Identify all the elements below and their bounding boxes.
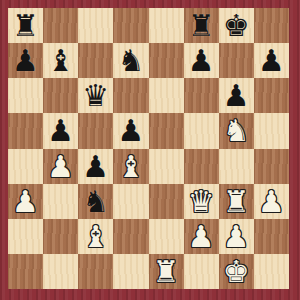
- square-h8[interactable]: [254, 8, 289, 43]
- square-c6[interactable]: ♛: [78, 78, 113, 113]
- square-f5[interactable]: [184, 113, 219, 148]
- black-queen-icon[interactable]: ♛: [82, 78, 109, 113]
- black-pawn-icon[interactable]: ♟: [258, 43, 285, 78]
- white-pawn-icon[interactable]: ♟: [188, 219, 215, 254]
- square-e2[interactable]: [149, 219, 184, 254]
- square-f3[interactable]: ♛: [184, 184, 219, 219]
- square-b5[interactable]: ♟: [43, 113, 78, 148]
- square-g8[interactable]: ♚: [219, 8, 254, 43]
- black-rook-icon[interactable]: ♜: [12, 8, 39, 43]
- white-knight-icon[interactable]: ♞: [223, 113, 250, 148]
- white-queen-icon[interactable]: ♛: [188, 184, 215, 219]
- black-rook-icon[interactable]: ♜: [188, 8, 215, 43]
- square-b2[interactable]: [43, 219, 78, 254]
- square-g4[interactable]: [219, 149, 254, 184]
- square-e7[interactable]: [149, 43, 184, 78]
- square-b7[interactable]: ♝: [43, 43, 78, 78]
- square-h7[interactable]: ♟: [254, 43, 289, 78]
- square-h3[interactable]: ♟: [254, 184, 289, 219]
- black-king-icon[interactable]: ♚: [223, 8, 250, 43]
- square-e1[interactable]: ♜: [149, 254, 184, 289]
- square-d1[interactable]: [113, 254, 148, 289]
- square-h4[interactable]: [254, 149, 289, 184]
- square-f7[interactable]: ♟: [184, 43, 219, 78]
- square-d7[interactable]: ♞: [113, 43, 148, 78]
- square-h5[interactable]: [254, 113, 289, 148]
- white-pawn-icon[interactable]: ♟: [223, 219, 250, 254]
- square-b8[interactable]: [43, 8, 78, 43]
- black-pawn-icon[interactable]: ♟: [223, 78, 250, 113]
- black-pawn-icon[interactable]: ♟: [82, 149, 109, 184]
- white-rook-icon[interactable]: ♜: [153, 254, 180, 289]
- black-pawn-icon[interactable]: ♟: [47, 113, 74, 148]
- square-f1[interactable]: [184, 254, 219, 289]
- white-rook-icon[interactable]: ♜: [223, 184, 250, 219]
- square-h2[interactable]: [254, 219, 289, 254]
- square-h1[interactable]: [254, 254, 289, 289]
- white-bishop-icon[interactable]: ♝: [117, 149, 144, 184]
- square-g6[interactable]: ♟: [219, 78, 254, 113]
- white-bishop-icon[interactable]: ♝: [82, 219, 109, 254]
- square-c8[interactable]: [78, 8, 113, 43]
- black-knight-icon[interactable]: ♞: [117, 43, 144, 78]
- square-a3[interactable]: ♟: [8, 184, 43, 219]
- white-king-icon[interactable]: ♚: [223, 254, 250, 289]
- square-a6[interactable]: [8, 78, 43, 113]
- square-a2[interactable]: [8, 219, 43, 254]
- square-a1[interactable]: [8, 254, 43, 289]
- square-d8[interactable]: [113, 8, 148, 43]
- square-f6[interactable]: [184, 78, 219, 113]
- chess-board-frame: ♜♜♚♟♝♞♟♟♛♟♟♟♞♟♟♝♟♞♛♜♟♝♟♟♜♚: [0, 0, 300, 300]
- square-c5[interactable]: [78, 113, 113, 148]
- square-e5[interactable]: [149, 113, 184, 148]
- square-b4[interactable]: ♟: [43, 149, 78, 184]
- square-g5[interactable]: ♞: [219, 113, 254, 148]
- square-e4[interactable]: [149, 149, 184, 184]
- square-b3[interactable]: [43, 184, 78, 219]
- black-knight-icon[interactable]: ♞: [82, 184, 109, 219]
- square-g7[interactable]: [219, 43, 254, 78]
- square-g2[interactable]: ♟: [219, 219, 254, 254]
- black-pawn-icon[interactable]: ♟: [117, 113, 144, 148]
- white-pawn-icon[interactable]: ♟: [258, 184, 285, 219]
- square-a4[interactable]: [8, 149, 43, 184]
- square-g3[interactable]: ♜: [219, 184, 254, 219]
- black-pawn-icon[interactable]: ♟: [12, 43, 39, 78]
- square-e3[interactable]: [149, 184, 184, 219]
- black-bishop-icon[interactable]: ♝: [47, 43, 74, 78]
- square-b6[interactable]: [43, 78, 78, 113]
- square-e8[interactable]: [149, 8, 184, 43]
- white-pawn-icon[interactable]: ♟: [12, 184, 39, 219]
- square-c1[interactable]: [78, 254, 113, 289]
- white-pawn-icon[interactable]: ♟: [47, 149, 74, 184]
- square-d6[interactable]: [113, 78, 148, 113]
- square-b1[interactable]: [43, 254, 78, 289]
- square-e6[interactable]: [149, 78, 184, 113]
- square-c2[interactable]: ♝: [78, 219, 113, 254]
- square-a8[interactable]: ♜: [8, 8, 43, 43]
- square-d3[interactable]: [113, 184, 148, 219]
- square-a7[interactable]: ♟: [8, 43, 43, 78]
- chess-board: ♜♜♚♟♝♞♟♟♛♟♟♟♞♟♟♝♟♞♛♜♟♝♟♟♜♚: [8, 8, 289, 289]
- square-c7[interactable]: [78, 43, 113, 78]
- square-d2[interactable]: [113, 219, 148, 254]
- square-f2[interactable]: ♟: [184, 219, 219, 254]
- square-a5[interactable]: [8, 113, 43, 148]
- square-f8[interactable]: ♜: [184, 8, 219, 43]
- square-h6[interactable]: [254, 78, 289, 113]
- square-f4[interactable]: [184, 149, 219, 184]
- black-pawn-icon[interactable]: ♟: [188, 43, 215, 78]
- square-c3[interactable]: ♞: [78, 184, 113, 219]
- square-c4[interactable]: ♟: [78, 149, 113, 184]
- square-d4[interactable]: ♝: [113, 149, 148, 184]
- square-d5[interactable]: ♟: [113, 113, 148, 148]
- square-g1[interactable]: ♚: [219, 254, 254, 289]
